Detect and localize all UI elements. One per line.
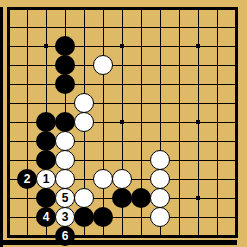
board-point[interactable] [18,75,37,94]
white-stone [74,112,94,132]
board-point[interactable]: 3 [56,208,75,227]
board-point[interactable] [227,37,246,56]
board-point[interactable] [132,189,151,208]
board-point[interactable] [94,189,113,208]
board-point[interactable] [208,75,227,94]
board-point[interactable] [56,113,75,132]
board-point[interactable] [208,189,227,208]
board-point[interactable] [132,151,151,170]
board-point[interactable] [227,208,246,227]
board-point[interactable] [18,151,37,170]
board-point[interactable] [0,94,18,113]
stones-layer: 215436 [0,0,246,246]
board-point[interactable] [56,56,75,75]
board-point[interactable] [227,18,246,37]
move-number-label: 4 [43,211,50,223]
board-point[interactable] [208,18,227,37]
white-stone [55,169,75,189]
board-point[interactable] [170,151,189,170]
board-point[interactable] [189,0,208,18]
board-point[interactable] [208,151,227,170]
board-point[interactable] [151,18,170,37]
black-stone [93,207,113,227]
board-point[interactable] [0,208,18,227]
white-stone [93,55,113,75]
board-point[interactable] [75,113,94,132]
white-stone [150,188,170,208]
board-point[interactable] [208,37,227,56]
board-point[interactable] [18,227,37,246]
board-point[interactable] [75,227,94,246]
board-point[interactable] [94,94,113,113]
black-stone [55,55,75,75]
board-point[interactable] [0,56,18,75]
board-point[interactable] [37,0,56,18]
board-point[interactable] [18,0,37,18]
board-point[interactable] [94,170,113,189]
board-point[interactable] [170,37,189,56]
board-point[interactable] [189,170,208,189]
board-point[interactable] [94,113,113,132]
board-point[interactable] [113,0,132,18]
white-stone [150,207,170,227]
board-point[interactable] [208,94,227,113]
board-point[interactable] [151,113,170,132]
board-point[interactable] [132,37,151,56]
board-point[interactable] [94,18,113,37]
board-point[interactable] [189,18,208,37]
black-stone [74,207,94,227]
board-point[interactable] [18,208,37,227]
board-point[interactable] [151,37,170,56]
board-point[interactable] [113,189,132,208]
board-point[interactable] [18,132,37,151]
board-point[interactable] [151,56,170,75]
board-point[interactable] [208,113,227,132]
board-point[interactable] [75,0,94,18]
board-point[interactable] [0,170,18,189]
board-point[interactable] [37,94,56,113]
board-point[interactable] [113,113,132,132]
black-stone [55,112,75,132]
board-point[interactable] [37,113,56,132]
board-point[interactable] [189,37,208,56]
board-point[interactable] [75,18,94,37]
white-stone [150,169,170,189]
board-point[interactable] [56,132,75,151]
board-point[interactable]: 4 [37,208,56,227]
board-point[interactable] [208,208,227,227]
board-point[interactable] [170,170,189,189]
board-point[interactable] [75,151,94,170]
board-point[interactable] [75,170,94,189]
board-point[interactable] [151,94,170,113]
board-point[interactable] [189,94,208,113]
board-point[interactable] [113,227,132,246]
board-point[interactable] [75,132,94,151]
board-point[interactable] [0,189,18,208]
board-point[interactable] [170,132,189,151]
board-point[interactable] [132,113,151,132]
board-point[interactable] [208,132,227,151]
board-point[interactable] [227,113,246,132]
board-point[interactable] [94,75,113,94]
board-point[interactable] [151,208,170,227]
black-stone [36,112,56,132]
white-stone: 1 [36,169,56,189]
black-stone [36,188,56,208]
board-point[interactable] [37,18,56,37]
board-point[interactable] [151,75,170,94]
board-point[interactable] [56,151,75,170]
board-point[interactable] [37,151,56,170]
board-point[interactable] [132,18,151,37]
board-point[interactable] [227,75,246,94]
move-number-label: 1 [43,173,50,185]
board-point[interactable] [227,0,246,18]
board-point[interactable] [132,94,151,113]
black-stone [36,131,56,151]
board-point[interactable] [208,0,227,18]
board-point[interactable] [208,56,227,75]
board-point[interactable] [189,132,208,151]
board-point[interactable] [227,227,246,246]
board-point[interactable] [132,170,151,189]
board-point[interactable] [170,94,189,113]
board-point[interactable] [208,170,227,189]
board-point[interactable] [189,151,208,170]
board-point[interactable] [75,75,94,94]
board-point[interactable] [170,56,189,75]
board-point[interactable]: 2 [18,170,37,189]
board-point[interactable] [151,227,170,246]
white-stone: 5 [55,188,75,208]
board-point[interactable] [170,189,189,208]
board-point[interactable] [0,227,18,246]
board-point[interactable] [18,113,37,132]
black-stone: 6 [55,226,75,246]
black-stone: 2 [17,169,37,189]
board-point[interactable] [132,0,151,18]
board-point[interactable] [18,56,37,75]
board-point[interactable] [151,170,170,189]
board-point[interactable] [94,227,113,246]
board-point[interactable] [189,75,208,94]
black-stone [131,188,151,208]
black-stone [55,74,75,94]
black-stone [112,188,132,208]
board-point[interactable] [18,189,37,208]
board-point[interactable] [0,75,18,94]
board-point[interactable] [37,132,56,151]
board-point[interactable] [132,56,151,75]
board-point[interactable] [94,37,113,56]
board-point[interactable] [37,37,56,56]
board-point[interactable] [189,113,208,132]
board-point[interactable] [56,37,75,56]
board-point[interactable] [227,56,246,75]
board-point[interactable] [170,208,189,227]
board-point[interactable] [113,56,132,75]
board-point[interactable] [132,208,151,227]
board-point[interactable] [151,189,170,208]
board-point[interactable] [56,94,75,113]
move-number-label: 3 [62,211,69,223]
board-point[interactable] [151,151,170,170]
board-point[interactable] [113,208,132,227]
board-point[interactable] [94,208,113,227]
board-point[interactable] [94,0,113,18]
board-point[interactable] [0,113,18,132]
move-number-label: 6 [62,230,69,242]
board-point[interactable] [113,18,132,37]
board-point[interactable] [37,56,56,75]
board-point[interactable] [94,56,113,75]
white-stone [150,150,170,170]
board-point[interactable] [75,94,94,113]
board-point[interactable] [56,170,75,189]
white-stone [74,188,94,208]
board-point[interactable] [75,56,94,75]
board-point[interactable] [189,189,208,208]
board-point[interactable] [18,94,37,113]
board-point[interactable] [132,227,151,246]
board-point[interactable] [189,56,208,75]
board-point[interactable] [56,75,75,94]
board-point[interactable] [0,132,18,151]
board-point[interactable] [75,37,94,56]
board-point[interactable] [227,132,246,151]
move-number-label: 5 [62,192,69,204]
board-point[interactable]: 1 [37,170,56,189]
board-point[interactable] [227,151,246,170]
board-point[interactable] [170,227,189,246]
white-stone [74,93,94,113]
board-point[interactable] [37,75,56,94]
black-stone [55,36,75,56]
board-point[interactable] [170,0,189,18]
board-point[interactable] [113,132,132,151]
move-number-label: 2 [24,173,31,185]
board-point[interactable] [170,18,189,37]
board-point[interactable] [170,75,189,94]
black-stone [36,150,56,170]
board-point[interactable] [227,189,246,208]
board-point[interactable] [0,151,18,170]
board-point[interactable] [0,37,18,56]
board-point[interactable]: 6 [56,227,75,246]
board-point[interactable] [56,18,75,37]
board-point[interactable] [113,94,132,113]
board-point[interactable] [0,18,18,37]
board-point[interactable] [18,18,37,37]
white-stone [55,150,75,170]
white-stone [112,169,132,189]
white-stone: 3 [55,207,75,227]
board-point[interactable] [37,189,56,208]
board-point[interactable] [0,0,18,18]
board-point[interactable] [132,75,151,94]
board-point[interactable] [94,132,113,151]
board-point[interactable] [170,113,189,132]
board-point[interactable] [227,94,246,113]
board-point[interactable] [94,151,113,170]
board-point[interactable] [227,170,246,189]
board-point[interactable] [113,170,132,189]
board-point[interactable] [75,189,94,208]
board-point[interactable]: 5 [56,189,75,208]
board-point[interactable] [151,0,170,18]
board-point[interactable] [113,37,132,56]
board-point[interactable] [189,227,208,246]
board-point[interactable] [113,151,132,170]
board-point[interactable] [18,37,37,56]
go-board-diagram: 215436 [0,0,247,247]
board-point[interactable] [132,132,151,151]
board-point[interactable] [56,0,75,18]
board-point[interactable] [113,75,132,94]
board-point[interactable] [151,132,170,151]
white-stone [93,169,113,189]
black-stone: 4 [36,207,56,227]
board-point[interactable] [189,208,208,227]
board-point[interactable] [208,227,227,246]
white-stone [55,131,75,151]
board-point[interactable] [75,208,94,227]
board-point[interactable] [37,227,56,246]
